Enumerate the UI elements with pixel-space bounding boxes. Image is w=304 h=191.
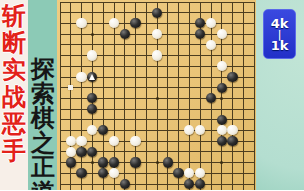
black-stone (206, 93, 216, 103)
black-stone (87, 104, 97, 114)
black-caption-char: 探 (29, 57, 57, 81)
black-stone (66, 157, 76, 167)
rank-range-badge: 4k | 1k (263, 9, 296, 59)
star-point (156, 97, 159, 100)
black-stone (195, 179, 205, 189)
red-caption-char: 恶 (0, 111, 28, 138)
white-stone (76, 18, 86, 28)
black-stone (163, 157, 173, 167)
black-stone (98, 157, 108, 167)
white-stone (184, 125, 194, 135)
star-point (91, 33, 94, 36)
rank-bottom-label: 1k (271, 39, 289, 52)
black-stone (76, 168, 86, 178)
black-stone (152, 8, 162, 18)
white-stone (76, 72, 86, 82)
grid-hline (60, 23, 255, 24)
rank-top-label: 4k (271, 17, 289, 30)
black-stone (227, 136, 237, 146)
black-stone (184, 179, 194, 189)
black-stone (120, 179, 130, 189)
white-stone (217, 29, 227, 39)
grid-hline (60, 44, 255, 45)
white-stone (152, 50, 162, 60)
black-stone (109, 157, 119, 167)
black-stone (217, 83, 227, 93)
white-stone (87, 50, 97, 60)
video-thumbnail: 斩断实战恶手 探索棋之正道 4k | 1k (0, 0, 304, 190)
red-caption-char: 断 (0, 30, 28, 57)
black-stone (195, 29, 205, 39)
white-stone (227, 125, 237, 135)
white-stone (195, 168, 205, 178)
red-caption-char: 实 (0, 57, 28, 84)
black-caption-char: 棋 (29, 106, 57, 130)
black-stone (87, 93, 97, 103)
white-stone (206, 18, 216, 28)
black-caption-char: 正 (29, 155, 57, 179)
black-stone (98, 168, 108, 178)
black-stone (98, 125, 108, 135)
black-stone (130, 18, 140, 28)
black-stone (120, 29, 130, 39)
white-stone (217, 125, 227, 135)
black-stone (195, 18, 205, 28)
white-stone (152, 29, 162, 39)
star-point (220, 97, 223, 100)
last-move-triangle-marker (89, 74, 95, 80)
black-stone (217, 136, 227, 146)
white-stone (130, 136, 140, 146)
white-stone (206, 40, 216, 50)
go-board[interactable] (57, 0, 256, 190)
black-stone (76, 147, 86, 157)
white-stone (76, 136, 86, 146)
white-stone (66, 147, 76, 157)
black-caption-char: 索 (29, 82, 57, 106)
grid-hline (60, 173, 255, 174)
red-caption-char: 手 (0, 138, 28, 165)
grid-hline (60, 184, 255, 185)
white-stone (195, 125, 205, 135)
white-stone (109, 18, 119, 28)
black-caption-char: 道 (29, 180, 57, 191)
black-stone (217, 115, 227, 125)
star-point (156, 161, 159, 164)
white-stone (184, 168, 194, 178)
square-marker (68, 85, 73, 90)
black-stone (173, 168, 183, 178)
red-caption-char: 战 (0, 84, 28, 111)
grid-hline (60, 2, 255, 3)
white-stone (66, 136, 76, 146)
star-point (220, 161, 223, 164)
red-caption-char: 斩 (0, 3, 28, 30)
star-point (91, 161, 94, 164)
white-stone (217, 61, 227, 71)
black-caption-char: 之 (29, 131, 57, 155)
black-stone (227, 72, 237, 82)
white-stone (109, 136, 119, 146)
white-stone (87, 125, 97, 135)
black-stone (130, 157, 140, 167)
black-stone (87, 147, 97, 157)
white-stone (109, 168, 119, 178)
